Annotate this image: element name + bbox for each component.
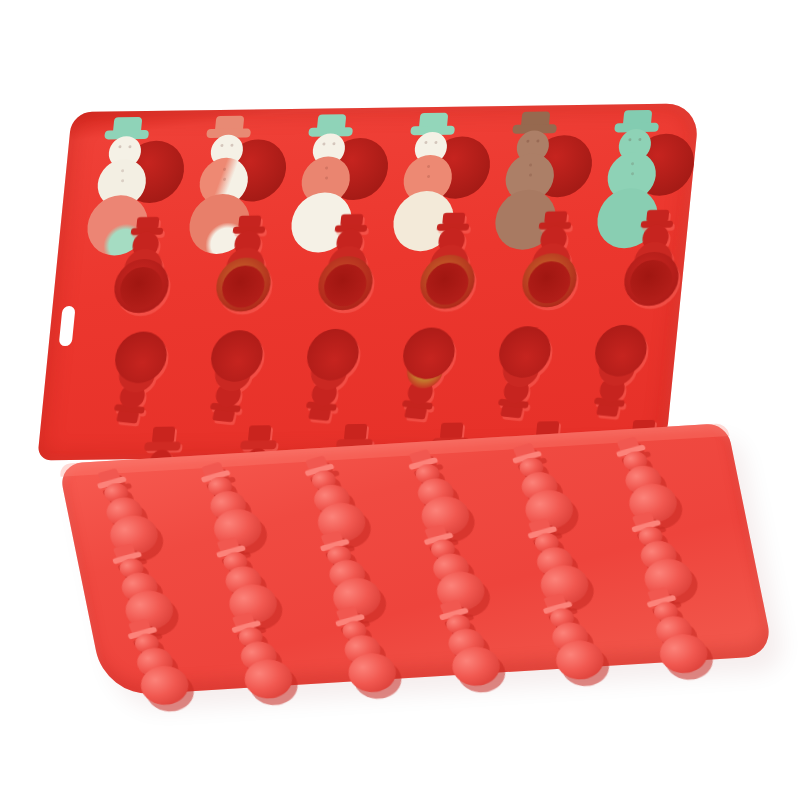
product-photo-stage [0, 0, 800, 800]
mold-bump-shape [528, 589, 612, 685]
mold-bump-shape [321, 602, 405, 698]
mold-cavity-row2-shape [504, 209, 600, 308]
mold-cavity-row3 [184, 327, 280, 426]
mold-bump-shape [632, 583, 716, 679]
mold-cavity-row2 [300, 211, 396, 310]
mold-bump-snowman [222, 601, 296, 711]
mold-cavity-row3 [88, 328, 184, 427]
mold-cavity-row2-shape [198, 213, 294, 312]
mold-cavity-row3 [280, 326, 376, 425]
mold-cavity-row3-shape [86, 327, 187, 429]
mold-bump-shape [425, 595, 509, 691]
mold-bump-snowman [326, 595, 400, 705]
front-mold-tray [58, 423, 774, 696]
mold-cavity-row2-shape [402, 210, 498, 309]
mold-cavity-row2 [504, 209, 600, 308]
mold-cavity-row3-shape [278, 325, 379, 427]
hang-slot [59, 306, 76, 346]
mold-bump-snowman [430, 588, 504, 698]
mold-bump-shape [113, 614, 197, 710]
mold-cavity-row2 [198, 213, 294, 312]
mold-bump-snowman [118, 607, 192, 717]
mold-bump-snowman [637, 576, 711, 686]
mold-bump-snowman [533, 582, 607, 692]
mold-cavity-row3-shape [566, 321, 667, 423]
back-mold-tray [37, 103, 700, 460]
mold-cavity-row2 [402, 210, 498, 309]
mold-cavity-row2-shape [606, 207, 702, 306]
mold-cavity-row3-shape [182, 326, 283, 428]
mold-cavity-row3-shape [470, 322, 571, 424]
tip-hat-crown [344, 424, 368, 440]
mold-cavity-row3 [568, 322, 664, 421]
mold-cavity-row2-shape [96, 214, 192, 313]
tip-hat-crown [152, 427, 176, 443]
mold-cavity-row2-shape [300, 211, 396, 310]
tip-hat-crown [440, 423, 464, 439]
tip-hat-crown [248, 425, 272, 441]
mold-bump-shape [217, 608, 301, 704]
mold-cavity-row2 [96, 214, 192, 313]
mold-cavity-row3 [376, 324, 472, 423]
mold-cavity-row2 [606, 207, 702, 306]
mold-cavity-row3-shape [374, 323, 475, 425]
mold-cavity-row3 [472, 323, 568, 422]
